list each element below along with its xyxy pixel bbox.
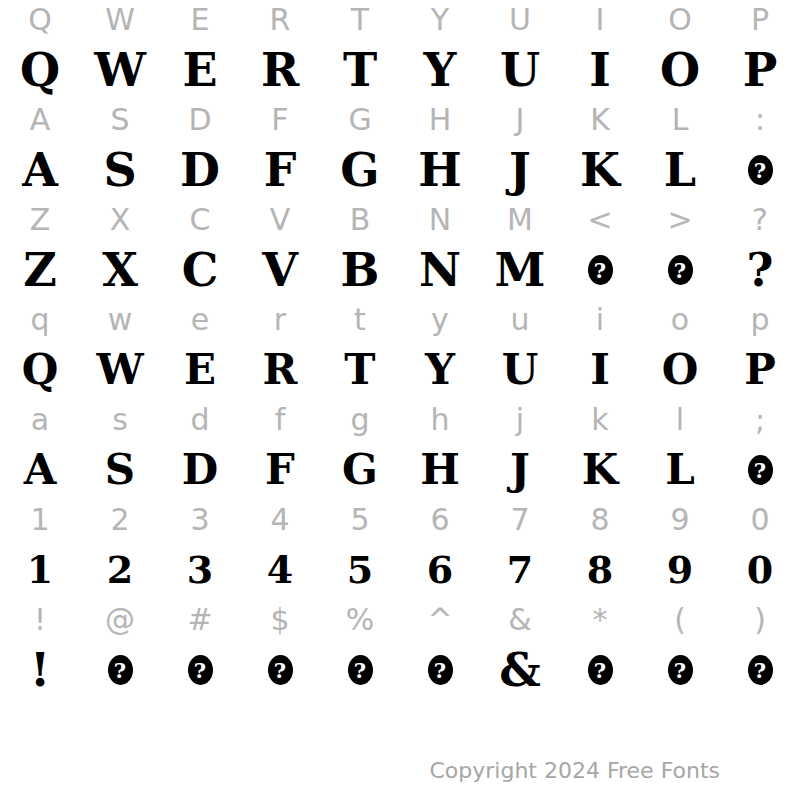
glyph-cell: M xyxy=(480,240,560,300)
glyph-char: S xyxy=(105,449,135,491)
glyph-cell: Q xyxy=(0,40,80,100)
reference-cell: L xyxy=(640,100,720,140)
reference-char: q xyxy=(30,305,49,335)
reference-char: 0 xyxy=(750,505,769,535)
glyph-cell: R xyxy=(240,340,320,400)
reference-char: : xyxy=(755,105,765,135)
glyph-cell: L xyxy=(640,140,720,200)
glyph-cell: 8 xyxy=(560,540,640,600)
reference-cell: ^ xyxy=(400,600,480,640)
reference-cell: U xyxy=(480,0,560,40)
glyph-char: L xyxy=(664,147,696,193)
reference-char: A xyxy=(30,105,51,135)
glyph-char: N xyxy=(419,247,461,293)
reference-char: 4 xyxy=(270,505,289,535)
glyph-cell: A xyxy=(0,440,80,500)
reference-cell: ) xyxy=(720,600,800,640)
reference-char: l xyxy=(676,405,684,435)
glyph-cell: ? xyxy=(320,640,400,700)
reference-cell: t xyxy=(320,300,400,340)
reference-cell: 0 xyxy=(720,500,800,540)
glyph-cell: & xyxy=(480,640,560,700)
glyph-row: QWERTYUIOP xyxy=(0,40,800,100)
glyph-cell: W xyxy=(80,340,160,400)
glyph-cell: G xyxy=(320,440,400,500)
glyph-char: V xyxy=(262,247,298,293)
glyph-char: A xyxy=(22,147,58,193)
reference-char: < xyxy=(587,205,612,235)
reference-cell: K xyxy=(560,100,640,140)
glyph-char: 6 xyxy=(427,551,453,589)
glyph-cell: N xyxy=(400,240,480,300)
reference-cell: g xyxy=(320,400,400,440)
glyph-cell: 2 xyxy=(80,540,160,600)
glyph-char: E xyxy=(184,349,216,391)
glyph-row: !?????&??? xyxy=(0,640,800,700)
glyph-cell: ? xyxy=(240,640,320,700)
footer: Copyright 2024 Free Fonts xyxy=(0,700,800,800)
glyph-cell: Y xyxy=(400,40,480,100)
glyph-cell: H xyxy=(400,440,480,500)
glyph-cell: O xyxy=(640,40,720,100)
reference-row: asdfghjkl; xyxy=(0,400,800,440)
glyph-cell: U xyxy=(480,40,560,100)
reference-char: k xyxy=(591,405,608,435)
glyph-cell: D xyxy=(160,440,240,500)
copyright-text: Copyright 2024 Free Fonts xyxy=(429,758,720,783)
reference-row: 1234567890 xyxy=(0,500,800,540)
glyph-cell: ? xyxy=(720,240,800,300)
missing-glyph-icon: ? xyxy=(748,455,773,485)
reference-char: W xyxy=(105,5,135,35)
reference-cell: N xyxy=(400,200,480,240)
reference-cell: Q xyxy=(0,0,80,40)
glyph-char: I xyxy=(590,349,610,391)
glyph-char: D xyxy=(180,147,220,193)
reference-char: E xyxy=(191,5,210,35)
reference-char: T xyxy=(351,5,369,35)
reference-cell: H xyxy=(400,100,480,140)
reference-char: J xyxy=(516,105,525,135)
reference-char: 7 xyxy=(510,505,529,535)
band-0: QWERTYUIOPQWERTYUIOP xyxy=(0,0,800,100)
glyph-char: I xyxy=(589,47,611,93)
reference-cell: T xyxy=(320,0,400,40)
reference-cell: 2 xyxy=(80,500,160,540)
reference-cell: e xyxy=(160,300,240,340)
reference-cell: w xyxy=(80,300,160,340)
glyph-char: K xyxy=(580,147,620,193)
reference-row: qwertyuiop xyxy=(0,300,800,340)
glyph-cell: ? xyxy=(560,640,640,700)
glyph-char: T xyxy=(343,47,377,93)
reference-cell: F xyxy=(240,100,320,140)
glyph-cell: S xyxy=(80,140,160,200)
reference-char: # xyxy=(187,605,212,635)
reference-cell: i xyxy=(560,300,640,340)
reference-cell: E xyxy=(160,0,240,40)
reference-char: u xyxy=(510,305,529,335)
missing-glyph-icon: ? xyxy=(588,655,613,685)
reference-char: h xyxy=(430,405,449,435)
glyph-cell: E xyxy=(160,40,240,100)
reference-char: y xyxy=(431,305,449,335)
reference-cell: 4 xyxy=(240,500,320,540)
reference-cell: a xyxy=(0,400,80,440)
glyph-char: 2 xyxy=(107,551,133,589)
reference-cell: Y xyxy=(400,0,480,40)
reference-cell: D xyxy=(160,100,240,140)
reference-char: f xyxy=(275,405,286,435)
glyph-char: ! xyxy=(30,647,50,693)
glyph-char: B xyxy=(341,247,380,293)
reference-char: e xyxy=(191,305,209,335)
reference-cell: 7 xyxy=(480,500,560,540)
reference-cell: 6 xyxy=(400,500,480,540)
glyph-char: J xyxy=(509,147,531,193)
glyph-char: P xyxy=(744,349,776,391)
glyph-cell: D xyxy=(160,140,240,200)
glyph-cell: 1 xyxy=(0,540,80,600)
reference-char: P xyxy=(751,5,769,35)
reference-cell: B xyxy=(320,200,400,240)
reference-cell: f xyxy=(240,400,320,440)
reference-cell: * xyxy=(560,600,640,640)
reference-cell: ? xyxy=(720,200,800,240)
glyph-cell: E xyxy=(160,340,240,400)
reference-cell: @ xyxy=(80,600,160,640)
glyph-char: 0 xyxy=(747,551,773,589)
reference-char: a xyxy=(31,405,49,435)
glyph-char: W xyxy=(96,349,143,391)
missing-glyph-icon: ? xyxy=(668,255,693,285)
glyph-cell: ? xyxy=(80,640,160,700)
reference-char: N xyxy=(429,205,451,235)
reference-char: > xyxy=(667,205,692,235)
glyph-cell: 7 xyxy=(480,540,560,600)
glyph-cell: 6 xyxy=(400,540,480,600)
glyph-char: L xyxy=(665,449,695,491)
reference-char: K xyxy=(590,105,610,135)
reference-row: ZXCVBNM<>? xyxy=(0,200,800,240)
reference-cell: 5 xyxy=(320,500,400,540)
reference-cell: V xyxy=(240,200,320,240)
reference-char: ? xyxy=(752,205,768,235)
reference-cell: h xyxy=(400,400,480,440)
glyph-cell: ? xyxy=(160,640,240,700)
glyph-char: Q xyxy=(20,47,60,93)
glyph-cell: P xyxy=(720,340,800,400)
band-6: !@#$%^&*()!?????&??? xyxy=(0,600,800,700)
glyph-char: G xyxy=(340,147,379,193)
glyph-char: A xyxy=(24,449,57,491)
glyph-cell: 4 xyxy=(240,540,320,600)
reference-char: F xyxy=(271,105,288,135)
glyph-char: X xyxy=(102,247,138,293)
glyph-char: D xyxy=(182,449,218,491)
reference-cell: # xyxy=(160,600,240,640)
reference-char: ^ xyxy=(427,605,452,635)
reference-char: 2 xyxy=(110,505,129,535)
glyph-row: ASDFGHJKL? xyxy=(0,140,800,200)
reference-char: D xyxy=(188,105,211,135)
missing-glyph-icon: ? xyxy=(588,255,613,285)
reference-char: s xyxy=(112,405,128,435)
band-5: 12345678901234567890 xyxy=(0,500,800,600)
glyph-char: 3 xyxy=(187,551,213,589)
reference-char: X xyxy=(110,205,131,235)
missing-glyph-icon: ? xyxy=(668,655,693,685)
missing-glyph-icon: ? xyxy=(188,655,213,685)
reference-char: 5 xyxy=(350,505,369,535)
missing-glyph-icon: ? xyxy=(108,655,133,685)
band-2: ZXCVBNM<>?ZXCVBNM??? xyxy=(0,200,800,300)
reference-cell: A xyxy=(0,100,80,140)
reference-cell: C xyxy=(160,200,240,240)
reference-cell: R xyxy=(240,0,320,40)
glyph-char: Y xyxy=(425,349,455,391)
glyph-char: G xyxy=(342,449,378,491)
reference-char: R xyxy=(270,5,291,35)
glyph-char: U xyxy=(502,349,539,391)
glyph-cell: Q xyxy=(0,340,80,400)
glyph-char: R xyxy=(261,47,299,93)
reference-row: QWERTYUIOP xyxy=(0,0,800,40)
glyph-cell: Y xyxy=(400,340,480,400)
reference-char: L xyxy=(672,105,689,135)
reference-char: g xyxy=(350,405,369,435)
glyph-cell: J xyxy=(480,440,560,500)
reference-char: 8 xyxy=(590,505,609,535)
reference-cell: p xyxy=(720,300,800,340)
reference-char: r xyxy=(274,305,286,335)
reference-cell: M xyxy=(480,200,560,240)
glyph-cell: X xyxy=(80,240,160,300)
reference-cell: % xyxy=(320,600,400,640)
glyph-cell: ? xyxy=(640,640,720,700)
glyph-cell: ? xyxy=(720,640,800,700)
reference-cell: X xyxy=(80,200,160,240)
glyph-char: S xyxy=(103,147,136,193)
glyph-cell: K xyxy=(560,140,640,200)
reference-char: U xyxy=(509,5,531,35)
glyph-cell: ! xyxy=(0,640,80,700)
reference-char: I xyxy=(596,5,605,35)
reference-cell: j xyxy=(480,400,560,440)
glyph-char: 7 xyxy=(507,551,533,589)
glyph-char: W xyxy=(94,47,146,93)
reference-char: t xyxy=(354,305,366,335)
reference-cell: y xyxy=(400,300,480,340)
glyph-char: 4 xyxy=(267,551,293,589)
reference-cell: $ xyxy=(240,600,320,640)
glyph-cell: P xyxy=(720,40,800,100)
reference-cell: 1 xyxy=(0,500,80,540)
glyph-cell: T xyxy=(320,340,400,400)
glyph-char: H xyxy=(418,147,461,193)
glyph-cell: L xyxy=(640,440,720,500)
reference-cell: ! xyxy=(0,600,80,640)
reference-cell: < xyxy=(560,200,640,240)
reference-char: 9 xyxy=(670,505,689,535)
reference-char: Y xyxy=(431,5,449,35)
glyph-char: F xyxy=(264,147,297,193)
reference-char: S xyxy=(110,105,129,135)
missing-glyph-icon: ? xyxy=(268,655,293,685)
reference-cell: l xyxy=(640,400,720,440)
glyph-cell: G xyxy=(320,140,400,200)
glyph-cell: 0 xyxy=(720,540,800,600)
reference-char: w xyxy=(108,305,133,335)
reference-cell: S xyxy=(80,100,160,140)
missing-glyph-icon: ? xyxy=(428,655,453,685)
missing-glyph-icon: ? xyxy=(748,155,773,185)
reference-cell: 8 xyxy=(560,500,640,540)
reference-char: H xyxy=(429,105,452,135)
reference-char: ; xyxy=(755,405,765,435)
glyph-char: R xyxy=(263,349,298,391)
reference-char: Q xyxy=(28,5,52,35)
glyph-char: J xyxy=(510,449,530,491)
glyph-row: ASDFGHJKL? xyxy=(0,440,800,500)
reference-char: 6 xyxy=(430,505,449,535)
reference-cell: ; xyxy=(720,400,800,440)
glyph-cell: R xyxy=(240,40,320,100)
reference-cell: > xyxy=(640,200,720,240)
reference-char: V xyxy=(270,205,291,235)
glyph-cell: U xyxy=(480,340,560,400)
reference-cell: r xyxy=(240,300,320,340)
glyph-char: E xyxy=(182,47,217,93)
reference-cell: Z xyxy=(0,200,80,240)
reference-cell: J xyxy=(480,100,560,140)
reference-char: j xyxy=(516,405,524,435)
glyph-cell: T xyxy=(320,40,400,100)
glyph-cell: ? xyxy=(720,440,800,500)
glyph-cell: I xyxy=(560,40,640,100)
reference-cell: W xyxy=(80,0,160,40)
reference-cell: P xyxy=(720,0,800,40)
reference-char: & xyxy=(508,605,531,635)
reference-row: ASDFGHJKL: xyxy=(0,100,800,140)
reference-char: $ xyxy=(270,605,289,635)
glyph-cell: B xyxy=(320,240,400,300)
reference-cell: G xyxy=(320,100,400,140)
glyph-char: H xyxy=(420,449,460,491)
reference-cell: ( xyxy=(640,600,720,640)
reference-char: % xyxy=(346,605,375,635)
glyph-char: & xyxy=(499,647,541,693)
reference-char: @ xyxy=(105,605,135,635)
band-1: ASDFGHJKL:ASDFGHJKL? xyxy=(0,100,800,200)
glyph-row: QWERTYUIOP xyxy=(0,340,800,400)
glyph-char: 5 xyxy=(347,551,373,589)
reference-char: ) xyxy=(754,605,766,635)
glyph-char: 8 xyxy=(587,551,613,589)
glyph-cell: S xyxy=(80,440,160,500)
glyph-char: T xyxy=(344,349,375,391)
glyph-char: 1 xyxy=(27,551,53,589)
reference-char: G xyxy=(348,105,371,135)
reference-row: !@#$%^&*() xyxy=(0,600,800,640)
missing-glyph-icon: ? xyxy=(348,655,373,685)
reference-cell: : xyxy=(720,100,800,140)
glyph-cell: A xyxy=(0,140,80,200)
reference-cell: u xyxy=(480,300,560,340)
glyph-char: Y xyxy=(424,47,457,93)
missing-glyph-icon: ? xyxy=(748,655,773,685)
reference-cell: s xyxy=(80,400,160,440)
reference-char: ! xyxy=(34,605,46,635)
reference-char: Z xyxy=(30,205,51,235)
glyph-row: 1234567890 xyxy=(0,540,800,600)
reference-char: 1 xyxy=(30,505,49,535)
glyph-char: F xyxy=(265,449,295,491)
glyph-cell: Z xyxy=(0,240,80,300)
reference-cell: I xyxy=(560,0,640,40)
glyph-cell: ? xyxy=(640,240,720,300)
glyph-char: U xyxy=(500,47,540,93)
reference-char: ( xyxy=(674,605,686,635)
glyph-cell: I xyxy=(560,340,640,400)
reference-char: C xyxy=(190,205,211,235)
glyph-cell: 9 xyxy=(640,540,720,600)
reference-cell: O xyxy=(640,0,720,40)
reference-cell: 9 xyxy=(640,500,720,540)
reference-cell: & xyxy=(480,600,560,640)
glyph-char: M xyxy=(495,247,546,293)
glyph-cell: J xyxy=(480,140,560,200)
glyph-char: ? xyxy=(747,247,774,293)
character-map-grid: QWERTYUIOPQWERTYUIOPASDFGHJKL:ASDFGHJKL?… xyxy=(0,0,800,700)
glyph-cell: F xyxy=(240,440,320,500)
reference-char: B xyxy=(350,205,371,235)
glyph-char: Z xyxy=(23,247,57,293)
glyph-cell: ? xyxy=(400,640,480,700)
reference-char: * xyxy=(593,605,608,635)
glyph-char: Q xyxy=(22,349,59,391)
reference-char: o xyxy=(671,305,689,335)
reference-cell: q xyxy=(0,300,80,340)
reference-char: i xyxy=(596,305,604,335)
glyph-char: C xyxy=(182,247,219,293)
reference-cell: k xyxy=(560,400,640,440)
reference-char: d xyxy=(190,405,209,435)
glyph-cell: F xyxy=(240,140,320,200)
glyph-cell: O xyxy=(640,340,720,400)
reference-cell: d xyxy=(160,400,240,440)
glyph-cell: ? xyxy=(720,140,800,200)
glyph-cell: K xyxy=(560,440,640,500)
glyph-char: K xyxy=(582,449,619,491)
glyph-cell: H xyxy=(400,140,480,200)
glyph-char: O xyxy=(660,47,700,93)
reference-char: O xyxy=(668,5,692,35)
reference-cell: 3 xyxy=(160,500,240,540)
band-4: asdfghjkl;ASDFGHJKL? xyxy=(0,400,800,500)
glyph-cell: 5 xyxy=(320,540,400,600)
glyph-char: P xyxy=(743,47,778,93)
glyph-cell: V xyxy=(240,240,320,300)
glyph-cell: ? xyxy=(560,240,640,300)
glyph-char: 9 xyxy=(667,551,693,589)
reference-char: M xyxy=(507,205,533,235)
glyph-char: O xyxy=(662,349,699,391)
glyph-cell: W xyxy=(80,40,160,100)
reference-cell: o xyxy=(640,300,720,340)
glyph-cell: 3 xyxy=(160,540,240,600)
glyph-row: ZXCVBNM??? xyxy=(0,240,800,300)
